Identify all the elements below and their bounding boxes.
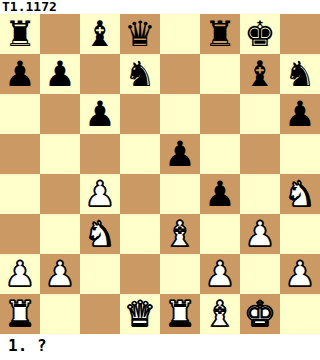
piece-white-bishop: ♝ <box>164 214 195 254</box>
square-c5[interactable] <box>80 134 120 174</box>
square-d4[interactable] <box>120 174 160 214</box>
piece-black-pawn: ♟ <box>164 134 195 174</box>
square-f4[interactable]: ♟ <box>200 174 240 214</box>
square-a1[interactable]: ♜ <box>0 294 40 334</box>
square-c3[interactable]: ♞ <box>80 214 120 254</box>
square-b1[interactable] <box>40 294 80 334</box>
move-prompt: 1. ? <box>0 334 320 360</box>
piece-black-pawn: ♟ <box>284 94 315 134</box>
piece-white-pawn: ♟ <box>84 174 115 214</box>
square-b6[interactable] <box>40 94 80 134</box>
piece-white-queen: ♛ <box>124 294 155 334</box>
square-h5[interactable] <box>280 134 320 174</box>
square-c2[interactable] <box>80 254 120 294</box>
square-h4[interactable]: ♞ <box>280 174 320 214</box>
square-c6[interactable]: ♟ <box>80 94 120 134</box>
square-c7[interactable] <box>80 54 120 94</box>
square-d6[interactable] <box>120 94 160 134</box>
square-e5[interactable]: ♟ <box>160 134 200 174</box>
piece-white-bishop: ♝ <box>204 294 235 334</box>
square-e6[interactable] <box>160 94 200 134</box>
square-d2[interactable] <box>120 254 160 294</box>
square-f2[interactable]: ♟ <box>200 254 240 294</box>
square-e7[interactable] <box>160 54 200 94</box>
piece-black-knight: ♞ <box>124 54 155 94</box>
piece-white-king: ♚ <box>244 294 275 334</box>
square-a5[interactable] <box>0 134 40 174</box>
square-d1[interactable]: ♛ <box>120 294 160 334</box>
puzzle-id-label: T1.1172 <box>0 0 320 14</box>
square-h6[interactable]: ♟ <box>280 94 320 134</box>
square-f3[interactable] <box>200 214 240 254</box>
square-h8[interactable] <box>280 14 320 54</box>
square-f5[interactable] <box>200 134 240 174</box>
square-c8[interactable]: ♝ <box>80 14 120 54</box>
square-b5[interactable] <box>40 134 80 174</box>
square-h1[interactable] <box>280 294 320 334</box>
piece-white-rook: ♜ <box>164 294 195 334</box>
square-e4[interactable] <box>160 174 200 214</box>
square-g8[interactable]: ♚ <box>240 14 280 54</box>
square-g7[interactable]: ♝ <box>240 54 280 94</box>
square-e1[interactable]: ♜ <box>160 294 200 334</box>
square-g4[interactable] <box>240 174 280 214</box>
square-b8[interactable] <box>40 14 80 54</box>
square-a3[interactable] <box>0 214 40 254</box>
square-b4[interactable] <box>40 174 80 214</box>
piece-white-knight: ♞ <box>284 174 315 214</box>
square-c4[interactable]: ♟ <box>80 174 120 214</box>
square-a7[interactable]: ♟ <box>0 54 40 94</box>
square-f1[interactable]: ♝ <box>200 294 240 334</box>
square-g3[interactable]: ♟ <box>240 214 280 254</box>
piece-white-rook: ♜ <box>4 294 35 334</box>
piece-white-pawn: ♟ <box>44 254 75 294</box>
square-h7[interactable]: ♞ <box>280 54 320 94</box>
square-b7[interactable]: ♟ <box>40 54 80 94</box>
square-g2[interactable] <box>240 254 280 294</box>
square-a8[interactable]: ♜ <box>0 14 40 54</box>
square-d5[interactable] <box>120 134 160 174</box>
square-f7[interactable] <box>200 54 240 94</box>
piece-black-queen: ♛ <box>124 14 155 54</box>
square-f8[interactable]: ♜ <box>200 14 240 54</box>
square-f6[interactable] <box>200 94 240 134</box>
piece-black-pawn: ♟ <box>204 174 235 214</box>
chess-board: ♜♝♛♜♚♟♟♞♝♞♟♟♟♟♟♞♞♝♟♟♟♟♟♜♛♜♝♚ <box>0 14 320 334</box>
piece-black-bishop: ♝ <box>84 14 115 54</box>
square-a2[interactable]: ♟ <box>0 254 40 294</box>
square-e2[interactable] <box>160 254 200 294</box>
square-a6[interactable] <box>0 94 40 134</box>
piece-black-pawn: ♟ <box>84 94 115 134</box>
square-g6[interactable] <box>240 94 280 134</box>
piece-white-pawn: ♟ <box>4 254 35 294</box>
square-d3[interactable] <box>120 214 160 254</box>
square-a4[interactable] <box>0 174 40 214</box>
square-g5[interactable] <box>240 134 280 174</box>
piece-black-king: ♚ <box>244 14 275 54</box>
piece-black-pawn: ♟ <box>44 54 75 94</box>
square-h3[interactable] <box>280 214 320 254</box>
piece-black-rook: ♜ <box>204 14 235 54</box>
square-e8[interactable] <box>160 14 200 54</box>
square-b2[interactable]: ♟ <box>40 254 80 294</box>
square-e3[interactable]: ♝ <box>160 214 200 254</box>
square-d7[interactable]: ♞ <box>120 54 160 94</box>
piece-white-knight: ♞ <box>84 214 115 254</box>
square-h2[interactable]: ♟ <box>280 254 320 294</box>
piece-black-bishop: ♝ <box>244 54 275 94</box>
square-b3[interactable] <box>40 214 80 254</box>
piece-black-rook: ♜ <box>4 14 35 54</box>
piece-white-pawn: ♟ <box>284 254 315 294</box>
piece-black-knight: ♞ <box>284 54 315 94</box>
piece-white-pawn: ♟ <box>204 254 235 294</box>
piece-white-pawn: ♟ <box>244 214 275 254</box>
square-g1[interactable]: ♚ <box>240 294 280 334</box>
square-d8[interactable]: ♛ <box>120 14 160 54</box>
square-c1[interactable] <box>80 294 120 334</box>
piece-black-pawn: ♟ <box>4 54 35 94</box>
